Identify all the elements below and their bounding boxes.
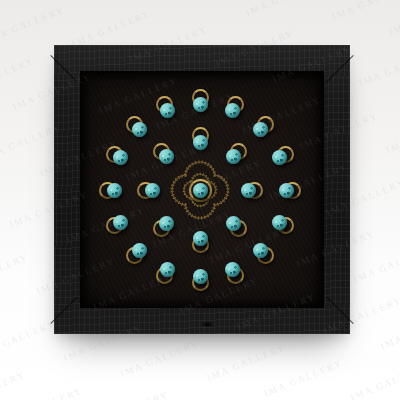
turquoise-bead [225, 103, 240, 118]
turquoise-bead [193, 269, 208, 284]
turquoise-bead [159, 216, 174, 231]
turquoise-bead [193, 97, 208, 112]
turquoise-bead [160, 262, 175, 277]
turquoise-bead [160, 103, 175, 118]
turquoise-bead [107, 183, 122, 198]
turquoise-bead [113, 215, 128, 230]
turquoise-bead [159, 149, 174, 164]
center-turquoise-bead [193, 183, 208, 198]
turquoise-bead [253, 122, 268, 137]
turquoise-bead [241, 183, 256, 198]
turquoise-bead [226, 149, 241, 164]
photo-canvas: IMA GALLERY IMA GALLERY IMA GALLERY IMA … [0, 0, 400, 400]
turquoise-bead [193, 135, 208, 150]
turquoise-bead [145, 183, 160, 198]
turquoise-bead [272, 150, 287, 165]
turquoise-bead [132, 122, 147, 137]
turquoise-bead [193, 231, 208, 246]
turquoise-bead [279, 183, 294, 198]
turquoise-bead [113, 150, 128, 165]
artwork-scene [0, 0, 400, 400]
turquoise-bead [132, 243, 147, 258]
